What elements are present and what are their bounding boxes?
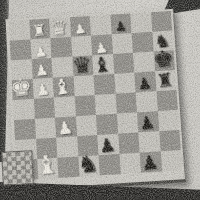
square-f6 bbox=[113, 53, 135, 74]
square-f7 bbox=[111, 33, 133, 54]
piece-black-pawn: ♟ bbox=[136, 75, 152, 93]
piece-black-bishop: ♝ bbox=[92, 53, 113, 76]
square-d8: ♟ bbox=[69, 16, 91, 37]
square-d2 bbox=[77, 135, 99, 156]
piece-black-pawn: ♟ bbox=[114, 20, 128, 35]
piece-white-pawn: ♟ bbox=[34, 82, 50, 100]
square-e8 bbox=[90, 15, 112, 36]
square-f5 bbox=[114, 73, 136, 94]
piece-white-rook: ♜ bbox=[31, 22, 47, 40]
square-g8 bbox=[130, 12, 152, 33]
square-b4 bbox=[33, 98, 55, 119]
square-d7 bbox=[71, 36, 93, 57]
square-f2 bbox=[118, 132, 140, 153]
piece-black-pawn: ♟ bbox=[140, 152, 160, 173]
square-d1: ♞ bbox=[78, 155, 100, 177]
square-h8 bbox=[151, 11, 173, 32]
piece-black-pawn: ♟ bbox=[98, 135, 117, 156]
square-b2 bbox=[36, 138, 58, 159]
square-h7: ♞ bbox=[152, 31, 174, 52]
square-g4 bbox=[136, 91, 158, 112]
square-e6: ♝ bbox=[92, 54, 114, 75]
square-a5: ♚ bbox=[12, 79, 34, 100]
piece-white-pawn: ♟ bbox=[94, 40, 109, 56]
chess-board: ♜♛♟♟♟♟♞♟♛♝♚♚♟♝♟♜♟♟♟♝♞♟ bbox=[9, 11, 182, 181]
square-f1 bbox=[119, 153, 141, 175]
square-e5 bbox=[93, 74, 115, 95]
square-b8: ♜ bbox=[29, 19, 50, 40]
square-b3 bbox=[34, 118, 56, 139]
square-e2: ♟ bbox=[97, 134, 119, 155]
corner-mini-checkerboard bbox=[1, 150, 34, 186]
square-g1: ♟ bbox=[140, 151, 162, 173]
square-e7: ♟ bbox=[91, 34, 113, 55]
square-g7 bbox=[132, 32, 154, 53]
square-f4 bbox=[115, 92, 137, 113]
square-g2 bbox=[138, 131, 160, 152]
square-a6 bbox=[11, 59, 32, 80]
piece-black-pawn: ♟ bbox=[138, 113, 156, 133]
square-b6: ♟ bbox=[31, 58, 53, 79]
piece-black-rook: ♜ bbox=[155, 71, 174, 92]
square-c6 bbox=[51, 57, 73, 78]
square-h6: ♚ bbox=[153, 50, 175, 71]
square-h2 bbox=[159, 130, 181, 151]
square-e4 bbox=[95, 94, 117, 115]
piece-white-pawn: ♟ bbox=[33, 44, 48, 60]
square-g5: ♟ bbox=[134, 71, 156, 92]
square-c3: ♟ bbox=[55, 116, 77, 137]
square-h4 bbox=[156, 90, 178, 111]
square-a7 bbox=[10, 39, 31, 60]
square-b7: ♟ bbox=[30, 38, 51, 59]
square-d4 bbox=[74, 95, 96, 116]
piece-white-queen: ♛ bbox=[49, 17, 69, 39]
square-f8: ♟ bbox=[110, 13, 132, 34]
square-d3 bbox=[75, 115, 97, 136]
square-h3 bbox=[157, 110, 179, 131]
piece-black-knight: ♞ bbox=[153, 32, 171, 52]
square-e1 bbox=[98, 154, 120, 176]
piece-white-pawn: ♟ bbox=[73, 22, 87, 37]
square-g3: ♟ bbox=[137, 111, 159, 132]
square-a3 bbox=[14, 119, 36, 140]
piece-black-king: ♚ bbox=[151, 47, 175, 73]
chess-photo-scene: ♜♛♟♟♟♟♞♟♛♝♚♚♟♝♟♜♟♟♟♝♞♟ bbox=[0, 0, 200, 200]
piece-white-pawn: ♟ bbox=[34, 63, 49, 80]
square-f3 bbox=[116, 112, 138, 133]
square-d5 bbox=[73, 75, 95, 96]
square-a4 bbox=[13, 99, 35, 120]
square-c4 bbox=[54, 96, 76, 117]
piece-white-pawn: ♟ bbox=[56, 119, 74, 139]
square-e3 bbox=[96, 114, 118, 135]
square-g6 bbox=[133, 52, 155, 73]
square-a8 bbox=[9, 20, 30, 41]
square-c7 bbox=[50, 37, 72, 58]
square-c8: ♛ bbox=[49, 17, 70, 38]
square-c5: ♝ bbox=[53, 76, 75, 97]
piece-white-bishop: ♝ bbox=[52, 74, 74, 98]
square-h5: ♜ bbox=[155, 70, 177, 91]
square-b5: ♟ bbox=[32, 78, 54, 99]
piece-black-queen: ♛ bbox=[70, 52, 93, 77]
square-d6: ♛ bbox=[72, 55, 94, 76]
square-h1 bbox=[160, 150, 182, 172]
square-c2 bbox=[56, 136, 78, 157]
square-b1: ♝ bbox=[37, 158, 59, 180]
square-c1 bbox=[57, 156, 79, 178]
